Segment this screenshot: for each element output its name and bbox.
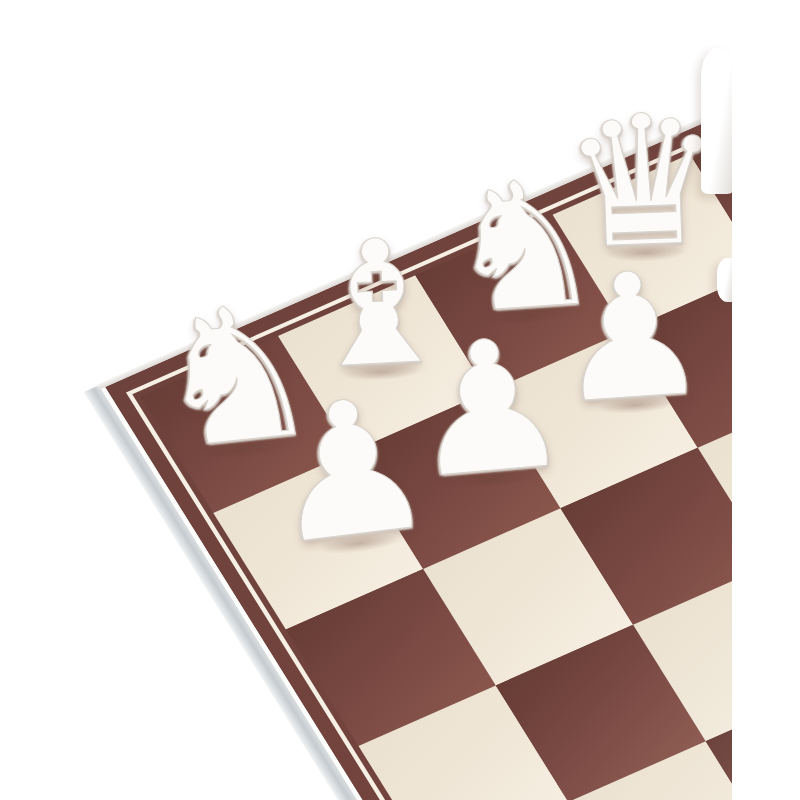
product-photo: ♛♞♝♞♟♟♟ (0, 0, 800, 800)
partial-piece-fragment (717, 258, 733, 302)
partial-piece-king-e1 (701, 48, 735, 194)
white-pawn-a2: ♟ (256, 369, 443, 573)
pieces-layer: ♛♞♝♞♟♟♟ (0, 0, 800, 800)
white-crop-band (732, 0, 800, 800)
white-pawn-c2: ♟ (548, 246, 714, 428)
